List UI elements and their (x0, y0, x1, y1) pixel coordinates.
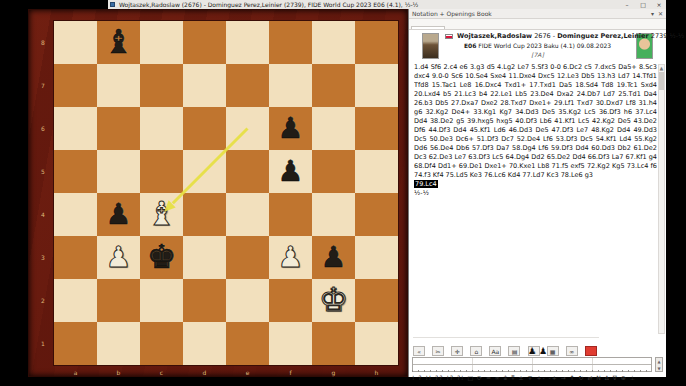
black-player-elo: 2739 (651, 32, 668, 40)
black-bishop[interactable]: ♝ (97, 21, 140, 64)
square-g3[interactable]: ♟ (312, 236, 355, 279)
square-e4[interactable] (226, 193, 269, 236)
white-player-photo (422, 33, 439, 59)
file-label-h: h (355, 367, 398, 378)
minimize-button[interactable]: – (620, 0, 634, 9)
close-button[interactable]: × (652, 0, 666, 9)
square-e7[interactable] (226, 64, 269, 107)
square-b8[interactable]: ♝ (97, 21, 140, 64)
move-list[interactable]: 1.d4 Sf6 2.c4 e6 3.g3 d5 4.Lg2 Le7 5.Sf3… (414, 63, 657, 333)
square-a5[interactable] (54, 150, 97, 193)
square-b7[interactable] (97, 64, 140, 107)
square-e5[interactable] (226, 150, 269, 193)
scrollbar-thumb[interactable] (659, 72, 664, 90)
square-b3[interactable]: ♟ (97, 236, 140, 279)
square-d2[interactable] (183, 279, 226, 322)
square-f5[interactable]: ♟ (269, 150, 312, 193)
square-b5[interactable] (97, 150, 140, 193)
white-pawn[interactable]: ♟ (269, 236, 312, 279)
square-b2[interactable] (97, 279, 140, 322)
rank-label-8: 8 (37, 21, 49, 64)
annotator-line: [7A] (443, 50, 632, 59)
evaluation-ticks (412, 370, 652, 372)
square-g4[interactable] (312, 193, 355, 236)
rank-label-3: 3 (37, 236, 49, 279)
application-window: Wojtaszek,Radoslaw (2676) - Dominguez Pe… (0, 0, 686, 386)
square-f8[interactable] (269, 21, 312, 64)
black-king[interactable]: ♚ (140, 236, 183, 279)
square-h4[interactable] (355, 193, 398, 236)
file-label-f: f (269, 367, 312, 378)
square-f6[interactable]: ♟ (269, 107, 312, 150)
square-c2[interactable] (140, 279, 183, 322)
square-f2[interactable] (269, 279, 312, 322)
rank-label-2: 2 (37, 279, 49, 322)
file-label-g: g (312, 367, 355, 378)
square-e3[interactable] (226, 236, 269, 279)
square-g5[interactable] (312, 150, 355, 193)
rank-label-1: 1 (37, 322, 49, 365)
title-bar: Wojtaszek,Radoslaw (2676) - Dominguez Pe… (108, 0, 666, 9)
square-h8[interactable] (355, 21, 398, 64)
black-player-name: Dominguez Perez,Leinier (557, 32, 649, 40)
square-e2[interactable] (226, 279, 269, 322)
white-king[interactable]: ♚ (312, 279, 355, 322)
black-pawn[interactable]: ♟ (97, 193, 140, 236)
chess-board[interactable]: ♝♟♟♟♝♟♚♟♟♚ (54, 21, 398, 365)
current-move[interactable]: 79.Lc4 (414, 180, 438, 188)
file-label-a: a (54, 367, 97, 378)
square-f1[interactable] (269, 322, 312, 365)
square-h2[interactable] (355, 279, 398, 322)
material-balance: ♟ ♟ (409, 346, 666, 356)
game-date: 09.08.2023 (577, 42, 611, 49)
game-result: ½-½ (669, 32, 684, 40)
square-f4[interactable] (269, 193, 312, 236)
square-h5[interactable] (355, 150, 398, 193)
panel-collapse-icon[interactable]: ▾ (651, 9, 654, 19)
black-pawn[interactable]: ♟ (312, 236, 355, 279)
event-line: E06 FIDE World Cup 2023 Baku (4.1) 09.08… (443, 41, 632, 50)
file-label-c: c (140, 367, 183, 378)
square-c7[interactable] (140, 64, 183, 107)
black-pawn[interactable]: ♟ (269, 107, 312, 150)
rank-label-4: 4 (37, 193, 49, 236)
square-a4[interactable] (54, 193, 97, 236)
panel-close-icon[interactable]: ✕ (658, 9, 663, 19)
square-d5[interactable] (183, 150, 226, 193)
square-d8[interactable] (183, 21, 226, 64)
square-d1[interactable] (183, 322, 226, 365)
square-d3[interactable] (183, 236, 226, 279)
square-e1[interactable] (226, 322, 269, 365)
square-g6[interactable] (312, 107, 355, 150)
file-label-b: b (97, 367, 140, 378)
rank-label-5: 5 (37, 150, 49, 193)
white-pawn[interactable]: ♟ (97, 236, 140, 279)
black-pawn[interactable]: ♟ (269, 150, 312, 193)
poland-flag-icon (445, 34, 453, 39)
panel-title: Notation + Openings Book (412, 10, 492, 17)
graph-scroll-down-icon[interactable]: ▼ (656, 365, 662, 372)
window-title: Wojtaszek,Radoslaw (2676) - Dominguez Pe… (119, 0, 418, 9)
eco-code: E06 (464, 42, 476, 49)
square-h6[interactable] (355, 107, 398, 150)
rank-label-7: 7 (37, 64, 49, 107)
file-label-d: d (183, 367, 226, 378)
square-d6[interactable] (183, 107, 226, 150)
square-b6[interactable] (97, 107, 140, 150)
players-line: Wojtaszek,Radoslaw 2676 - Dominguez Pere… (443, 32, 632, 41)
rank-label-6: 6 (37, 107, 49, 150)
square-a8[interactable] (54, 21, 97, 64)
moves-scrollbar[interactable]: ▲ (658, 64, 665, 334)
square-c4[interactable]: ♝ (140, 193, 183, 236)
white-player-name: Wojtaszek,Radoslaw (457, 32, 532, 40)
panel-tabs: Notation Reference Replay training Table… (409, 19, 666, 30)
square-g7[interactable] (312, 64, 355, 107)
square-a2[interactable] (54, 279, 97, 322)
square-h1[interactable] (355, 322, 398, 365)
square-g2[interactable]: ♚ (312, 279, 355, 322)
square-c5[interactable] (140, 150, 183, 193)
square-a1[interactable] (54, 322, 97, 365)
chess-board-frame: 87654321 abcdefgh ♝♟♟♟♝♟♚♟♟♚ (28, 9, 408, 377)
square-h3[interactable] (355, 236, 398, 279)
square-f3[interactable]: ♟ (269, 236, 312, 279)
square-b1[interactable] (97, 322, 140, 365)
moves-text[interactable]: 1.d4 Sf6 2.c4 e6 3.g3 d5 4.Lg2 Le7 5.Sf3… (414, 63, 657, 179)
square-g1[interactable] (312, 322, 355, 365)
square-a3[interactable] (54, 236, 97, 279)
square-c1[interactable] (140, 322, 183, 365)
square-g8[interactable] (312, 21, 355, 64)
scroll-up-icon[interactable]: ▲ (660, 65, 664, 71)
square-h7[interactable] (355, 64, 398, 107)
event-name: FIDE World Cup 2023 Baku (4.1) (478, 42, 575, 49)
square-a6[interactable] (54, 107, 97, 150)
annotation-symbols-palette[interactable]: ! ? !! ?? !? ?! □ ⟳ = ∞ ⩲ ⩱ ± ∓ +- -+ → … (412, 373, 664, 382)
panel-header[interactable]: Notation + Openings Book ✕ ▾ (409, 9, 666, 19)
graph-scroll-up-icon[interactable]: ▲ (656, 358, 662, 365)
white-bishop[interactable]: ♝ (140, 193, 183, 236)
square-c6[interactable] (140, 107, 183, 150)
notation-panel: Notation + Openings Book ✕ ▾ Notation Re… (408, 9, 666, 377)
square-d4[interactable] (183, 193, 226, 236)
maximize-button[interactable]: □ (636, 0, 650, 9)
square-d7[interactable] (183, 64, 226, 107)
white-player-elo: 2676 (534, 32, 551, 40)
square-a7[interactable] (54, 64, 97, 107)
square-c8[interactable] (140, 21, 183, 64)
square-e8[interactable] (226, 21, 269, 64)
square-e6[interactable] (226, 107, 269, 150)
square-c3[interactable]: ♚ (140, 236, 183, 279)
graph-scrollbar[interactable]: ▲ ▼ (655, 357, 663, 372)
file-label-e: e (226, 367, 269, 378)
square-f7[interactable] (269, 64, 312, 107)
result-text: ½-½ (414, 189, 429, 197)
square-b4[interactable]: ♟ (97, 193, 140, 236)
app-icon (110, 2, 115, 7)
